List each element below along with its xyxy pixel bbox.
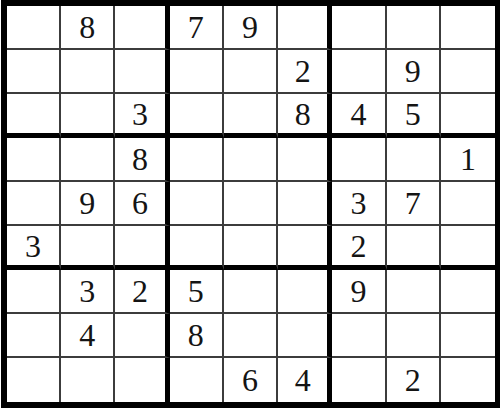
given-digit: 9 — [350, 275, 366, 307]
cell-r6c8[interactable] — [387, 226, 441, 270]
cell-r6c1[interactable]: 3 — [7, 226, 61, 270]
given-digit: 2 — [295, 55, 311, 87]
cell-r4c6[interactable] — [278, 138, 332, 182]
cell-r3c6[interactable]: 8 — [278, 94, 332, 138]
given-digit: 2 — [405, 364, 421, 396]
cell-r2c8[interactable]: 9 — [387, 50, 441, 94]
cell-r6c3[interactable] — [115, 226, 169, 270]
given-digit: 3 — [25, 230, 41, 262]
cell-r9c3[interactable] — [115, 358, 169, 402]
cell-r6c6[interactable] — [278, 226, 332, 270]
cell-r7c9[interactable] — [441, 270, 495, 314]
cell-r3c4[interactable] — [170, 94, 224, 138]
cell-r3c9[interactable] — [441, 94, 495, 138]
cell-r5c5[interactable] — [224, 182, 278, 226]
cell-r2c5[interactable] — [224, 50, 278, 94]
cell-r3c2[interactable] — [61, 94, 115, 138]
cell-r3c5[interactable] — [224, 94, 278, 138]
cell-r4c1[interactable] — [7, 138, 61, 182]
cell-r7c3[interactable]: 2 — [115, 270, 169, 314]
cell-r5c1[interactable] — [7, 182, 61, 226]
cell-r1c1[interactable] — [7, 6, 61, 50]
given-digit: 3 — [132, 98, 148, 130]
sudoku-board: 87929384581963732325948642 — [1, 0, 500, 408]
cell-r2c3[interactable] — [115, 50, 169, 94]
cell-r5c9[interactable] — [441, 182, 495, 226]
cell-r6c4[interactable] — [170, 226, 224, 270]
given-digit: 7 — [188, 11, 204, 43]
cell-r8c8[interactable] — [387, 314, 441, 358]
cell-r5c4[interactable] — [170, 182, 224, 226]
cell-r7c1[interactable] — [7, 270, 61, 314]
given-digit: 5 — [188, 275, 204, 307]
cell-r2c1[interactable] — [7, 50, 61, 94]
cell-r7c6[interactable] — [278, 270, 332, 314]
cell-r8c5[interactable] — [224, 314, 278, 358]
cell-r7c2[interactable]: 3 — [61, 270, 115, 314]
cell-r2c4[interactable] — [170, 50, 224, 94]
given-digit: 2 — [132, 275, 148, 307]
given-digit: 1 — [460, 143, 476, 175]
cell-r3c7[interactable]: 4 — [332, 94, 386, 138]
cell-r6c2[interactable] — [61, 226, 115, 270]
given-digit: 8 — [132, 143, 148, 175]
cell-r1c8[interactable] — [387, 6, 441, 50]
cell-r8c4[interactable]: 8 — [170, 314, 224, 358]
cell-r8c1[interactable] — [7, 314, 61, 358]
cell-r7c7[interactable]: 9 — [332, 270, 386, 314]
cell-r6c7[interactable]: 2 — [332, 226, 386, 270]
cell-r2c6[interactable]: 2 — [278, 50, 332, 94]
cell-r5c6[interactable] — [278, 182, 332, 226]
cell-r3c8[interactable]: 5 — [387, 94, 441, 138]
given-digit: 3 — [350, 187, 366, 219]
given-digit: 7 — [405, 187, 421, 219]
given-digit: 5 — [405, 98, 421, 130]
cell-r9c6[interactable]: 4 — [278, 358, 332, 402]
cell-r1c9[interactable] — [441, 6, 495, 50]
cell-r5c8[interactable]: 7 — [387, 182, 441, 226]
cell-r4c8[interactable] — [387, 138, 441, 182]
cell-r2c7[interactable] — [332, 50, 386, 94]
cell-r4c7[interactable] — [332, 138, 386, 182]
given-digit: 6 — [242, 364, 258, 396]
cell-r7c8[interactable] — [387, 270, 441, 314]
cell-r8c2[interactable]: 4 — [61, 314, 115, 358]
cell-r2c9[interactable] — [441, 50, 495, 94]
cell-r4c4[interactable] — [170, 138, 224, 182]
cell-r3c3[interactable]: 3 — [115, 94, 169, 138]
given-digit: 9 — [242, 11, 258, 43]
cell-r9c4[interactable] — [170, 358, 224, 402]
cell-r8c9[interactable] — [441, 314, 495, 358]
cell-r9c8[interactable]: 2 — [387, 358, 441, 402]
cell-r7c4[interactable]: 5 — [170, 270, 224, 314]
cell-r3c1[interactable] — [7, 94, 61, 138]
cell-r1c6[interactable] — [278, 6, 332, 50]
given-digit: 4 — [295, 364, 311, 396]
cell-r6c9[interactable] — [441, 226, 495, 270]
cell-r1c5[interactable]: 9 — [224, 6, 278, 50]
cell-r5c7[interactable]: 3 — [332, 182, 386, 226]
given-digit: 8 — [188, 319, 204, 351]
given-digit: 9 — [405, 55, 421, 87]
cell-r9c9[interactable] — [441, 358, 495, 402]
cell-r1c3[interactable] — [115, 6, 169, 50]
cell-r4c3[interactable]: 8 — [115, 138, 169, 182]
cell-r5c3[interactable]: 6 — [115, 182, 169, 226]
given-digit: 6 — [132, 187, 148, 219]
cell-r1c7[interactable] — [332, 6, 386, 50]
cell-r9c1[interactable] — [7, 358, 61, 402]
cell-r9c2[interactable] — [61, 358, 115, 402]
cell-r9c5[interactable]: 6 — [224, 358, 278, 402]
cell-r1c2[interactable]: 8 — [61, 6, 115, 50]
given-digit: 8 — [79, 11, 95, 43]
cell-r8c6[interactable] — [278, 314, 332, 358]
given-digit: 3 — [79, 275, 95, 307]
cell-r9c7[interactable] — [332, 358, 386, 402]
cell-r5c2[interactable]: 9 — [61, 182, 115, 226]
cell-r4c2[interactable] — [61, 138, 115, 182]
given-digit: 4 — [79, 319, 95, 351]
given-digit: 9 — [79, 187, 95, 219]
cell-r2c2[interactable] — [61, 50, 115, 94]
cell-r4c9[interactable]: 1 — [441, 138, 495, 182]
cell-r8c7[interactable] — [332, 314, 386, 358]
cell-r6c5[interactable] — [224, 226, 278, 270]
cell-r8c3[interactable] — [115, 314, 169, 358]
cell-r7c5[interactable] — [224, 270, 278, 314]
given-digit: 2 — [350, 230, 366, 262]
given-digit: 8 — [295, 98, 311, 130]
cell-r1c4[interactable]: 7 — [170, 6, 224, 50]
cell-r4c5[interactable] — [224, 138, 278, 182]
given-digit: 4 — [350, 98, 366, 130]
